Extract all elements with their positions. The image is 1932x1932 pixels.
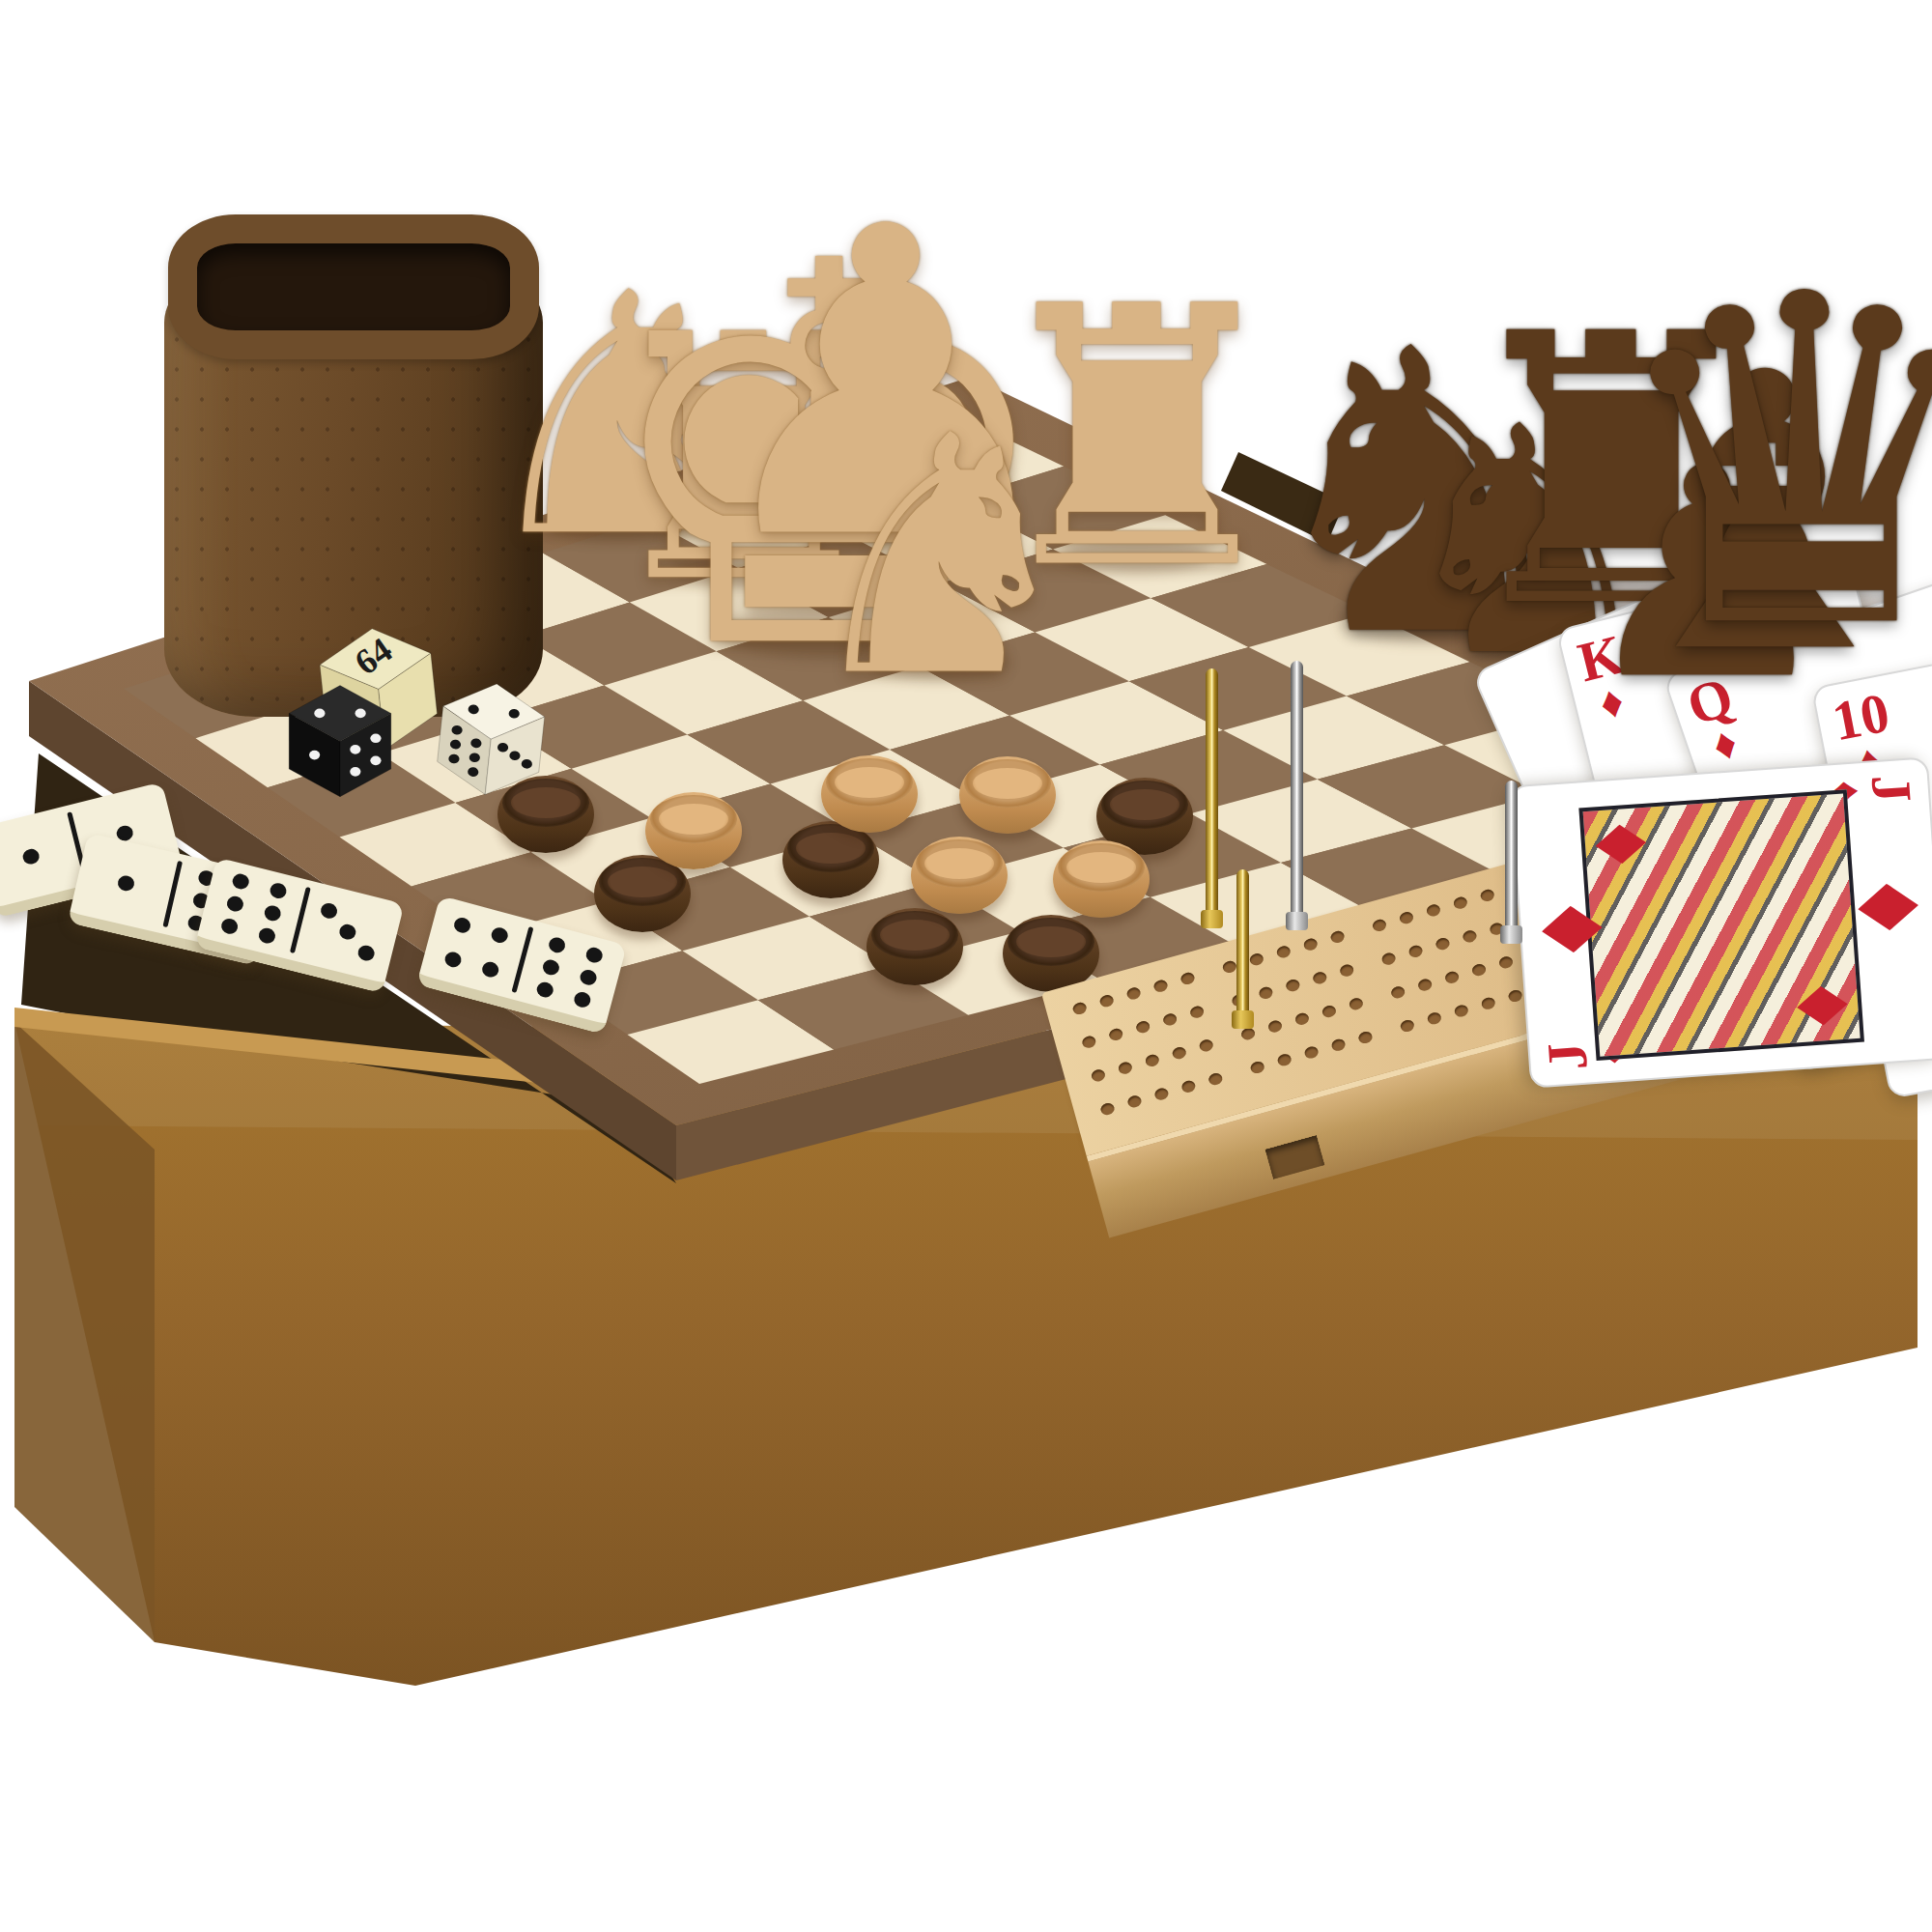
silver-peg — [1291, 661, 1303, 914]
domino-pip — [263, 904, 282, 923]
white-die — [422, 668, 559, 814]
cribbage-hole — [1118, 1061, 1134, 1075]
domino-pip — [257, 926, 276, 945]
domino-pip — [320, 901, 339, 920]
brass-peg — [1236, 869, 1249, 1012]
domino-pip — [21, 847, 41, 866]
cribbage-hole — [1380, 952, 1397, 966]
cribbage-hole — [1349, 997, 1365, 1011]
jack-face-art: ♦ ♦ — [1578, 789, 1864, 1061]
brass-peg — [1206, 668, 1218, 912]
cribbage-hole — [1390, 985, 1406, 1000]
black-die — [278, 676, 402, 810]
cribbage-hole — [1462, 929, 1478, 944]
checker-top — [1101, 781, 1188, 829]
cribbage-hole — [1179, 971, 1196, 985]
cribbage-hole — [1108, 1027, 1124, 1041]
peg-collar — [1500, 925, 1522, 944]
checker-top — [1008, 918, 1094, 966]
domino-pip — [116, 874, 135, 893]
cribbage-hole — [1426, 903, 1442, 918]
cribbage-hole — [1162, 1012, 1179, 1027]
diamond-pip: ♦ — [1784, 973, 1858, 1039]
cribbage-hole — [1407, 944, 1424, 958]
domino-pip — [573, 990, 592, 1009]
diamond-pip: ♦ — [1527, 890, 1615, 970]
cribbage-hole — [1222, 959, 1238, 974]
cribbage-hole — [1294, 1011, 1311, 1026]
domino-pip — [356, 944, 376, 962]
silver-peg — [1505, 781, 1518, 927]
cribbage-hole — [1498, 955, 1515, 970]
cribbage-hole — [1248, 952, 1264, 967]
checker-top — [964, 759, 1051, 808]
domino-pip — [535, 980, 554, 1000]
cribbage-hole — [1275, 945, 1292, 959]
domino-pip — [490, 925, 509, 945]
light-checker — [645, 792, 742, 869]
cribbage-hole — [1452, 895, 1468, 910]
cribbage-hole — [1071, 1001, 1088, 1015]
cribbage-hole — [1357, 1030, 1374, 1044]
domino-pip — [269, 882, 288, 900]
cribbage-hole — [1312, 971, 1328, 985]
peg-collar — [1286, 912, 1308, 930]
cribbage-hole — [1453, 1004, 1469, 1018]
dark-checker — [782, 821, 879, 898]
cribbage-hole — [1099, 1101, 1116, 1116]
cribbage-hole — [1171, 1045, 1187, 1060]
diamond-pip: ♦ — [1843, 867, 1931, 948]
cribbage-hole — [1285, 978, 1301, 992]
cribbage-hole — [1198, 1038, 1214, 1053]
cribbage-hole — [1189, 1005, 1206, 1019]
cribbage-hole — [1091, 1068, 1107, 1083]
cribbage-hole — [1435, 936, 1451, 951]
peg-collar — [1201, 910, 1223, 928]
cribbage-hole — [1126, 1094, 1143, 1109]
cribbage-hole — [1339, 963, 1355, 978]
domino-pip — [579, 968, 598, 987]
cribbage-hole — [1399, 911, 1415, 925]
cribbage-hole — [1258, 985, 1274, 1000]
checker-top — [826, 758, 913, 807]
cribbage-hole — [1507, 988, 1523, 1003]
cribbage-hole — [1471, 962, 1488, 977]
cribbage-hole — [1207, 1071, 1224, 1086]
cribbage-hole — [1444, 970, 1461, 984]
cribbage-hole — [1417, 978, 1434, 992]
cribbage-hole — [1135, 1020, 1151, 1035]
domino-pip — [338, 923, 357, 941]
cribbage-hole — [1426, 1011, 1442, 1026]
peg-collar — [1232, 1010, 1254, 1029]
light-checker — [911, 837, 1008, 914]
domino-pip — [452, 916, 471, 935]
checker-top — [1058, 843, 1145, 892]
cribbage-hole — [1302, 937, 1319, 952]
cribbage-hole — [1144, 1053, 1160, 1067]
domino-pip — [225, 895, 244, 913]
cribbage-hole — [1329, 929, 1346, 944]
card-j-diamonds: J♦J♦♦ ♦♦♦ — [1510, 756, 1932, 1089]
dark-checker — [867, 908, 963, 985]
product-photo-scene: ♞♜♚♟♞♜♞♞♜♟♝♛64K♦K♦♦Q♦Q♦♦10♦10♦J♦J♦♦ ♦♦♦ — [0, 0, 1932, 1932]
cribbage-hole — [1153, 1087, 1170, 1101]
domino-pip — [541, 958, 560, 978]
checker-top — [916, 839, 1003, 888]
domino-pip — [220, 917, 240, 935]
cribbage-hole — [1125, 986, 1142, 1001]
cribbage-hole — [1152, 979, 1169, 993]
cribbage-hole — [1276, 1053, 1293, 1067]
cribbage-hole — [1267, 1019, 1284, 1034]
light-checker — [1053, 840, 1150, 918]
checker-top — [650, 795, 737, 843]
light-checker — [959, 756, 1056, 834]
cribbage-hole — [1081, 1035, 1097, 1049]
cribbage-hole — [1180, 1079, 1197, 1094]
cribbage-hole — [1400, 1018, 1416, 1033]
cribbage-hole — [1330, 1037, 1347, 1052]
domino-pip — [443, 951, 463, 970]
domino-pip — [547, 936, 566, 955]
domino-pip — [231, 872, 250, 891]
cribbage-hole — [1098, 994, 1115, 1009]
light-checker — [821, 755, 918, 833]
domino-pip — [584, 946, 604, 965]
cribbage-hole — [1321, 1004, 1338, 1018]
cribbage-hole — [1249, 1060, 1265, 1074]
checker-top — [871, 911, 958, 959]
cribbage-hole — [1303, 1045, 1320, 1060]
black-queen: ♛ — [1600, 237, 1932, 691]
diamond-pip: ♦ — [1585, 810, 1659, 877]
cribbage-hole — [1479, 888, 1495, 902]
cribbage-hole — [1480, 996, 1496, 1010]
cribbage-hole — [1372, 918, 1388, 932]
domino-pip — [480, 960, 499, 980]
